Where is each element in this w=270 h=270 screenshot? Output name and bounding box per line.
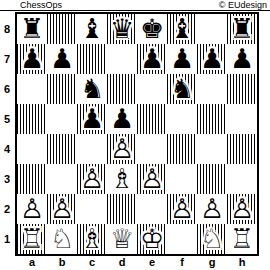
piece-white-rook[interactable]: ♜♖ [17,224,47,254]
square-e4[interactable] [137,134,167,164]
piece-glyph: ♚ [137,14,167,44]
square-b8[interactable] [47,14,77,44]
piece-glyph: ♟ [167,44,197,74]
rank-label-8: 8 [0,14,14,44]
file-label-b: b [47,256,77,269]
piece-white-pawn[interactable]: ♟♙ [17,194,47,224]
square-a6[interactable] [17,74,47,104]
square-d4[interactable]: ♟♙ [107,134,137,164]
app-title: ChessOps [20,0,62,10]
square-g7[interactable]: ♟♟ [197,44,227,74]
square-c1[interactable]: ♝♗ [77,224,107,254]
square-e6[interactable] [137,74,167,104]
square-a5[interactable] [17,104,47,134]
square-b5[interactable] [47,104,77,134]
piece-glyph: ♕ [107,224,137,254]
square-h8[interactable]: ♜♜ [227,14,257,44]
square-e7[interactable]: ♟♟ [137,44,167,74]
piece-glyph: ♟ [47,44,77,74]
file-label-f: f [167,256,197,269]
piece-black-king[interactable]: ♚♚ [137,14,167,44]
file-label-h: h [227,256,257,269]
piece-white-rook[interactable]: ♜♖ [227,224,257,254]
square-e5[interactable] [137,104,167,134]
piece-white-pawn[interactable]: ♟♙ [107,134,137,164]
square-g1[interactable]: ♞♘ [197,224,227,254]
piece-white-pawn[interactable]: ♟♙ [47,194,77,224]
piece-glyph: ♗ [77,224,107,254]
square-h2[interactable]: ♟♙ [227,194,257,224]
piece-black-pawn[interactable]: ♟♟ [77,104,107,134]
piece-glyph: ♔ [137,224,167,254]
piece-glyph: ♙ [17,194,47,224]
piece-black-rook[interactable]: ♜♜ [227,14,257,44]
file-label-a: a [17,256,47,269]
piece-glyph: ♙ [107,134,137,164]
square-f6[interactable]: ♞♞ [167,74,197,104]
square-a2[interactable]: ♟♙ [17,194,47,224]
chess-diagram: ChessOps © EUdesign ♜♜♝♝♛♛♚♚♝♝♜♜♟♟♟♟♟♟♟♟… [0,0,270,270]
board: ♜♜♝♝♛♛♚♚♝♝♜♜♟♟♟♟♟♟♟♟♟♟♟♟♞♞♞♞♟♟♟♟♟♙♟♙♝♗♟♙… [15,12,259,256]
piece-glyph: ♝ [167,14,197,44]
piece-glyph: ♙ [77,164,107,194]
piece-glyph: ♙ [227,194,257,224]
square-d1[interactable]: ♛♕ [107,224,137,254]
square-h7[interactable]: ♟♟ [227,44,257,74]
square-d7[interactable] [107,44,137,74]
square-a4[interactable] [17,134,47,164]
square-a7[interactable]: ♟♟ [17,44,47,74]
piece-white-bishop[interactable]: ♝♗ [107,164,137,194]
piece-glyph: ♟ [17,44,47,74]
square-g3[interactable] [197,164,227,194]
square-h5[interactable] [227,104,257,134]
piece-black-bishop[interactable]: ♝♝ [167,14,197,44]
square-d8[interactable]: ♛♛ [107,14,137,44]
rank-label-1: 1 [0,224,14,254]
square-g2[interactable]: ♟♙ [197,194,227,224]
piece-glyph: ♜ [17,14,47,44]
square-g6[interactable] [197,74,227,104]
square-d3[interactable]: ♝♗ [107,164,137,194]
square-a3[interactable] [17,164,47,194]
header-bar: ChessOps © EUdesign [0,0,270,11]
piece-black-rook[interactable]: ♜♜ [17,14,47,44]
rank-label-7: 7 [0,44,14,74]
piece-black-pawn[interactable]: ♟♟ [107,104,137,134]
square-f1[interactable] [167,224,197,254]
piece-glyph: ♟ [77,104,107,134]
piece-glyph: ♙ [167,194,197,224]
piece-glyph: ♘ [197,224,227,254]
piece-white-bishop[interactable]: ♝♗ [77,224,107,254]
piece-glyph: ♖ [17,224,47,254]
piece-black-queen[interactable]: ♛♛ [107,14,137,44]
piece-glyph: ♝ [77,14,107,44]
square-b7[interactable]: ♟♟ [47,44,77,74]
rank-label-4: 4 [0,134,14,164]
file-label-g: g [197,256,227,269]
piece-black-pawn[interactable]: ♟♟ [167,44,197,74]
square-h4[interactable] [227,134,257,164]
piece-glyph: ♖ [227,224,257,254]
square-h6[interactable] [227,74,257,104]
square-g5[interactable] [197,104,227,134]
credit-text: © EUdesign [219,0,267,10]
piece-white-king[interactable]: ♚♔ [137,224,167,254]
square-d5[interactable]: ♟♟ [107,104,137,134]
square-d6[interactable] [107,74,137,104]
piece-white-knight[interactable]: ♞♘ [47,224,77,254]
piece-glyph: ♞ [167,74,197,104]
piece-glyph: ♛ [107,14,137,44]
square-h3[interactable] [227,164,257,194]
piece-white-pawn[interactable]: ♟♙ [77,164,107,194]
square-e8[interactable]: ♚♚ [137,14,167,44]
square-f2[interactable]: ♟♙ [167,194,197,224]
piece-white-pawn[interactable]: ♟♙ [197,194,227,224]
square-c7[interactable] [77,44,107,74]
square-g4[interactable] [197,134,227,164]
piece-glyph: ♞ [77,74,107,104]
piece-black-bishop[interactable]: ♝♝ [77,14,107,44]
piece-glyph: ♙ [197,194,227,224]
piece-glyph: ♙ [137,164,167,194]
square-f8[interactable]: ♝♝ [167,14,197,44]
file-label-c: c [77,256,107,269]
piece-glyph: ♘ [47,224,77,254]
square-h1[interactable]: ♜♖ [227,224,257,254]
square-f7[interactable]: ♟♟ [167,44,197,74]
square-f3[interactable] [167,164,197,194]
square-e1[interactable]: ♚♔ [137,224,167,254]
square-g8[interactable] [197,14,227,44]
piece-black-pawn[interactable]: ♟♟ [17,44,47,74]
rank-label-6: 6 [0,74,14,104]
square-f4[interactable] [167,134,197,164]
piece-black-knight[interactable]: ♞♞ [167,74,197,104]
piece-black-pawn[interactable]: ♟♟ [227,44,257,74]
square-c6[interactable]: ♞♞ [77,74,107,104]
file-label-e: e [137,256,167,269]
rank-label-3: 3 [0,164,14,194]
square-a8[interactable]: ♜♜ [17,14,47,44]
piece-black-pawn[interactable]: ♟♟ [137,44,167,74]
square-e3[interactable]: ♟♙ [137,164,167,194]
piece-glyph: ♙ [47,194,77,224]
piece-glyph: ♜ [227,14,257,44]
piece-black-knight[interactable]: ♞♞ [77,74,107,104]
square-c3[interactable]: ♟♙ [77,164,107,194]
piece-white-pawn[interactable]: ♟♙ [227,194,257,224]
square-c2[interactable] [77,194,107,224]
square-b2[interactable]: ♟♙ [47,194,77,224]
piece-glyph: ♟ [197,44,227,74]
rank-label-2: 2 [0,194,14,224]
rank-label-5: 5 [0,104,14,134]
square-b6[interactable] [47,74,77,104]
piece-glyph: ♟ [107,104,137,134]
square-b4[interactable] [47,134,77,164]
square-b1[interactable]: ♞♘ [47,224,77,254]
square-c8[interactable]: ♝♝ [77,14,107,44]
square-c4[interactable] [77,134,107,164]
piece-white-pawn[interactable]: ♟♙ [137,164,167,194]
piece-black-pawn[interactable]: ♟♟ [47,44,77,74]
square-a1[interactable]: ♜♖ [17,224,47,254]
square-b3[interactable] [47,164,77,194]
piece-white-pawn[interactable]: ♟♙ [167,194,197,224]
piece-white-queen[interactable]: ♛♕ [107,224,137,254]
square-d2[interactable] [107,194,137,224]
square-f5[interactable] [167,104,197,134]
square-c5[interactable]: ♟♟ [77,104,107,134]
piece-glyph: ♟ [227,44,257,74]
piece-glyph: ♗ [107,164,137,194]
piece-glyph: ♟ [137,44,167,74]
piece-black-pawn[interactable]: ♟♟ [197,44,227,74]
piece-white-knight[interactable]: ♞♘ [197,224,227,254]
square-e2[interactable] [137,194,167,224]
file-label-d: d [107,256,137,269]
